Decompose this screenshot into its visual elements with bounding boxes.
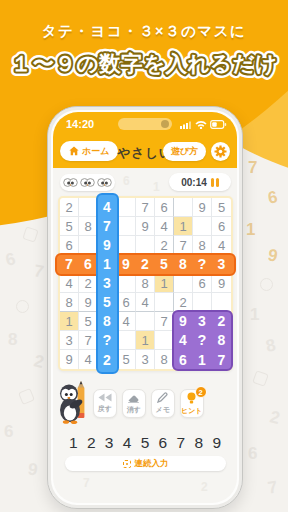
wifi-icon bbox=[195, 120, 207, 129]
sudoku-grid: 24769558794166927847619258?3423816989564… bbox=[60, 198, 231, 369]
sudoku-cell[interactable]: 2 bbox=[60, 198, 79, 217]
settings-button[interactable] bbox=[211, 142, 230, 161]
sudoku-cell[interactable] bbox=[155, 293, 174, 312]
background-pattern: 1 bbox=[250, 305, 259, 325]
status-icons bbox=[180, 120, 227, 129]
sudoku-cell[interactable]: 5 bbox=[212, 198, 231, 217]
sudoku-cell[interactable]: 1 bbox=[155, 274, 174, 293]
background-pattern: 2 bbox=[201, 480, 208, 494]
sudoku-cell[interactable] bbox=[117, 331, 136, 350]
background-pattern: 8 bbox=[8, 330, 17, 350]
background-pattern: 1 bbox=[153, 180, 160, 194]
status-time: 14:20 bbox=[66, 118, 94, 130]
hint-button[interactable]: ヒント 2 bbox=[180, 389, 204, 418]
sudoku-cell[interactable]: 1 bbox=[174, 217, 193, 236]
background-pattern: 2 bbox=[268, 407, 282, 429]
sudoku-cell[interactable] bbox=[136, 312, 155, 331]
background-pattern: 7 bbox=[266, 477, 278, 498]
memo-pencil-icon bbox=[157, 392, 168, 403]
sudoku-cell[interactable]: 4 bbox=[60, 274, 79, 293]
sudoku-cell[interactable] bbox=[117, 274, 136, 293]
life-penguin-icon bbox=[63, 177, 78, 188]
sudoku-cell[interactable]: 4 bbox=[136, 293, 155, 312]
life-penguin-icon bbox=[80, 177, 95, 188]
numpad-key[interactable]: 2 bbox=[87, 434, 96, 452]
eraser-icon bbox=[127, 393, 140, 403]
undo-button[interactable]: 戻す bbox=[93, 389, 117, 418]
multi-select-icon bbox=[123, 460, 131, 468]
sudoku-cell[interactable]: 7 bbox=[136, 198, 155, 217]
sudoku-cell[interactable]: 3 bbox=[136, 350, 155, 369]
numpad-key[interactable]: 3 bbox=[105, 434, 114, 452]
sudoku-cell[interactable]: 3 bbox=[60, 331, 79, 350]
sudoku-cell[interactable]: 1 bbox=[60, 312, 79, 331]
background-pattern bbox=[252, 370, 269, 387]
numpad-key[interactable]: 4 bbox=[123, 434, 132, 452]
gear-icon bbox=[214, 145, 227, 158]
lives-indicator bbox=[60, 174, 115, 191]
phone-screen: 6 1 7 2 14:20 bbox=[53, 112, 237, 503]
sudoku-cell[interactable]: 6 bbox=[117, 293, 136, 312]
background-pattern: 9 bbox=[26, 459, 38, 480]
sudoku-cell[interactable] bbox=[117, 198, 136, 217]
continuous-input-label: 連続入力 bbox=[135, 458, 169, 470]
background-pattern: 6 bbox=[4, 249, 18, 271]
howto-button[interactable]: 遊び方 bbox=[163, 142, 206, 161]
sudoku-cell[interactable]: 9 bbox=[212, 274, 231, 293]
background-pattern: 6 bbox=[123, 174, 130, 188]
timer-value: 00:14 bbox=[181, 177, 207, 188]
dynamic-island bbox=[118, 118, 172, 130]
sudoku-cell[interactable]: 8 bbox=[60, 293, 79, 312]
sudoku-cell[interactable]: 9 bbox=[136, 217, 155, 236]
app-header: 14:20 bbox=[53, 112, 237, 168]
number-pad: 123456789 bbox=[69, 434, 221, 452]
phone-frame: 6 1 7 2 14:20 bbox=[47, 106, 243, 509]
background-pattern: 9 bbox=[266, 245, 279, 267]
background-pattern: 7 bbox=[248, 158, 257, 178]
sudoku-cell[interactable] bbox=[174, 198, 193, 217]
timer: 00:14 bbox=[169, 173, 231, 191]
background-pattern: 8 bbox=[264, 335, 277, 357]
sudoku-cell[interactable]: 6 bbox=[212, 217, 231, 236]
sudoku-cell[interactable]: 8 bbox=[136, 274, 155, 293]
numpad-key[interactable]: 6 bbox=[159, 434, 168, 452]
battery-icon bbox=[210, 120, 227, 129]
background-pattern: 7 bbox=[32, 261, 45, 282]
numpad-key[interactable]: 9 bbox=[212, 434, 221, 452]
background-pattern bbox=[260, 278, 273, 291]
numpad-key[interactable]: 7 bbox=[177, 434, 186, 452]
memo-label: メモ bbox=[156, 405, 170, 415]
numpad-key[interactable]: 5 bbox=[141, 434, 150, 452]
undo-icon bbox=[98, 393, 112, 402]
life-penguin-icon bbox=[97, 177, 112, 188]
memo-button[interactable]: メモ bbox=[151, 389, 175, 418]
sudoku-cell[interactable]: 9 bbox=[60, 350, 79, 369]
svg-text:１〜９の数字を入れるだけ: １〜９の数字を入れるだけ bbox=[10, 51, 277, 76]
background-pattern bbox=[18, 388, 35, 405]
background-pattern: 6 bbox=[266, 187, 279, 208]
sudoku-cell[interactable] bbox=[193, 217, 212, 236]
toolbar: 戻す 消す メモ bbox=[93, 389, 204, 418]
background-pattern: 7 bbox=[83, 476, 90, 490]
continuous-input-button[interactable]: 連続入力 bbox=[65, 456, 226, 471]
pause-button[interactable] bbox=[211, 178, 219, 187]
background-pattern: 6 bbox=[4, 422, 13, 442]
numpad-key[interactable]: 8 bbox=[194, 434, 203, 452]
erase-label: 消す bbox=[127, 405, 141, 415]
hint-label: ヒント bbox=[181, 406, 203, 416]
difficulty-title: やさしい bbox=[53, 145, 237, 162]
promo-line1: タテ・ヨコ・３×３のマスに bbox=[0, 22, 288, 41]
background-pattern bbox=[16, 300, 29, 313]
background-pattern: 6 bbox=[248, 444, 257, 464]
sudoku-cell[interactable]: 6 bbox=[155, 198, 174, 217]
sudoku-cell[interactable]: 1 bbox=[136, 331, 155, 350]
undo-label: 戻す bbox=[98, 404, 112, 414]
sudoku-cell[interactable] bbox=[117, 217, 136, 236]
howto-label: 遊び方 bbox=[171, 145, 198, 158]
promo-line2: １〜９の数字を入れるだけ １〜９の数字を入れるだけ １〜９の数字を入れるだけ bbox=[0, 42, 288, 84]
sudoku-board: 24769558794166927847619258?3423816989564… bbox=[58, 196, 233, 371]
sudoku-cell[interactable]: 5 bbox=[117, 350, 136, 369]
erase-button[interactable]: 消す bbox=[122, 389, 146, 418]
numpad-key[interactable]: 1 bbox=[69, 434, 78, 452]
sudoku-cell[interactable] bbox=[174, 274, 193, 293]
background-pattern bbox=[22, 226, 38, 242]
hint-count-badge: 2 bbox=[195, 386, 207, 398]
sudoku-cell[interactable]: 6 bbox=[193, 274, 212, 293]
background-pattern: 2 bbox=[32, 351, 46, 373]
background-pattern: 1 bbox=[246, 220, 255, 240]
sudoku-cell[interactable]: 4 bbox=[117, 312, 136, 331]
sudoku-cell[interactable]: 9 bbox=[193, 198, 212, 217]
signal-icon bbox=[180, 120, 192, 129]
sudoku-cell[interactable]: 5 bbox=[60, 217, 79, 236]
sudoku-cell[interactable]: 4 bbox=[155, 217, 174, 236]
app-screenshot: 6 7 8 2 6 9 7 6 1 9 1 8 2 6 7 タテ・ヨコ・３×３の… bbox=[0, 0, 288, 512]
camera-dot bbox=[161, 120, 169, 128]
